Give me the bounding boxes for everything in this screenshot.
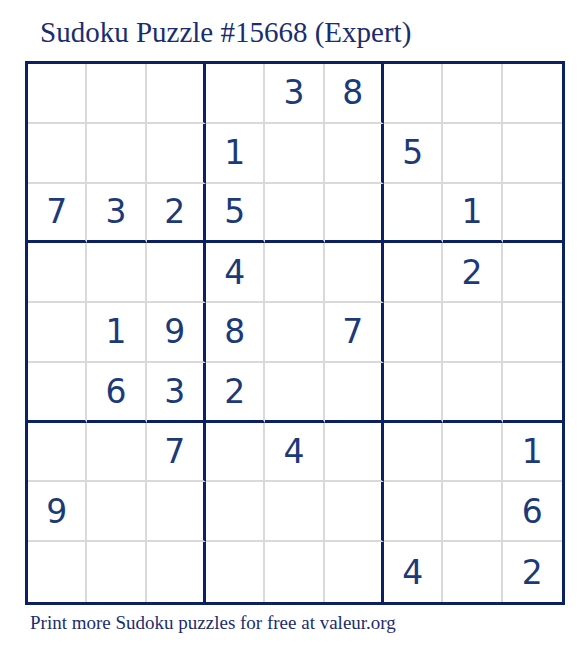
cell-r9c1 [28, 542, 87, 602]
cell-r6c8 [443, 363, 502, 423]
cell-r6c5 [265, 363, 324, 423]
cell-r8c1: 9 [28, 482, 87, 542]
cell-r2c1 [28, 124, 87, 184]
cell-r4c3 [147, 243, 206, 303]
cell-r7c7 [384, 423, 443, 483]
sudoku-page: Sudoku Puzzle #15668 (Expert) 3815732514… [0, 0, 580, 651]
cell-r9c6 [325, 542, 384, 602]
cell-r5c4: 8 [206, 303, 265, 363]
cell-r6c4: 2 [206, 363, 265, 423]
cell-r8c9: 6 [503, 482, 562, 542]
cell-r1c8 [443, 64, 502, 124]
cell-r8c3 [147, 482, 206, 542]
cell-r5c1 [28, 303, 87, 363]
cell-r1c2 [87, 64, 146, 124]
cell-r3c9 [503, 184, 562, 244]
cell-r6c9 [503, 363, 562, 423]
cell-r1c4 [206, 64, 265, 124]
cell-r3c4: 5 [206, 184, 265, 244]
cell-r2c6 [325, 124, 384, 184]
cell-r5c9 [503, 303, 562, 363]
cell-r8c7 [384, 482, 443, 542]
sudoku-board: 3815732514219876327419642 [25, 61, 565, 605]
cell-r9c9: 2 [503, 542, 562, 602]
cell-r2c9 [503, 124, 562, 184]
cell-r9c3 [147, 542, 206, 602]
cell-r2c7: 5 [384, 124, 443, 184]
cell-r1c1 [28, 64, 87, 124]
cell-r8c4 [206, 482, 265, 542]
cell-r4c2 [87, 243, 146, 303]
cell-r3c7 [384, 184, 443, 244]
cell-r4c8: 2 [443, 243, 502, 303]
cell-r9c4 [206, 542, 265, 602]
cell-r7c4 [206, 423, 265, 483]
cell-r6c7 [384, 363, 443, 423]
cell-r6c6 [325, 363, 384, 423]
cell-r7c1 [28, 423, 87, 483]
cell-r8c5 [265, 482, 324, 542]
cell-r2c4: 1 [206, 124, 265, 184]
cell-r4c6 [325, 243, 384, 303]
cell-r1c3 [147, 64, 206, 124]
cell-r5c8 [443, 303, 502, 363]
cell-r8c8 [443, 482, 502, 542]
cell-r4c7 [384, 243, 443, 303]
cell-r5c2: 1 [87, 303, 146, 363]
cell-r9c2 [87, 542, 146, 602]
cell-r5c7 [384, 303, 443, 363]
cell-r5c3: 9 [147, 303, 206, 363]
cell-r3c8: 1 [443, 184, 502, 244]
cell-r7c8 [443, 423, 502, 483]
page-title: Sudoku Puzzle #15668 (Expert) [40, 16, 411, 49]
cell-r5c5 [265, 303, 324, 363]
footer-text: Print more Sudoku puzzles for free at va… [30, 612, 396, 634]
cell-r9c8 [443, 542, 502, 602]
cell-r7c9: 1 [503, 423, 562, 483]
cell-r3c3: 2 [147, 184, 206, 244]
cell-r6c2: 6 [87, 363, 146, 423]
cell-r4c9 [503, 243, 562, 303]
cell-r3c6 [325, 184, 384, 244]
cell-r7c5: 4 [265, 423, 324, 483]
cell-r9c7: 4 [384, 542, 443, 602]
cell-r8c6 [325, 482, 384, 542]
cell-r1c6: 8 [325, 64, 384, 124]
cell-r4c5 [265, 243, 324, 303]
cell-r9c5 [265, 542, 324, 602]
cell-r6c3: 3 [147, 363, 206, 423]
cell-r3c1: 7 [28, 184, 87, 244]
cell-r3c5 [265, 184, 324, 244]
cell-r4c4: 4 [206, 243, 265, 303]
cell-r2c2 [87, 124, 146, 184]
cell-r6c1 [28, 363, 87, 423]
cell-r3c2: 3 [87, 184, 146, 244]
cell-r2c5 [265, 124, 324, 184]
cell-r7c3: 7 [147, 423, 206, 483]
cell-r4c1 [28, 243, 87, 303]
cell-r5c6: 7 [325, 303, 384, 363]
cell-r2c8 [443, 124, 502, 184]
cell-r7c2 [87, 423, 146, 483]
cell-r1c9 [503, 64, 562, 124]
cell-r1c7 [384, 64, 443, 124]
cell-r1c5: 3 [265, 64, 324, 124]
cell-r7c6 [325, 423, 384, 483]
cell-r2c3 [147, 124, 206, 184]
cell-r8c2 [87, 482, 146, 542]
